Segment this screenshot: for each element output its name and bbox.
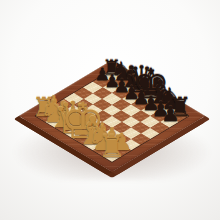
piece-black-pawn-h7[interactable]: ♟ — [161, 104, 180, 125]
product-photo-stage: ♜♞♟♝♟♛♟♟♚♝♟♞♟♟♟♜♟♜♟♟♞♟♝♟♛♟♚♟♝♟♞♜ — [0, 0, 220, 220]
piece-white-rook-h1[interactable]: ♜ — [98, 130, 126, 161]
